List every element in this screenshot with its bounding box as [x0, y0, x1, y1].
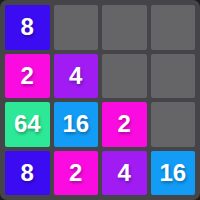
- tile-64-r3c1: 64: [5, 102, 50, 147]
- tile-2-r4c2: 2: [54, 151, 99, 196]
- tile-8-r1c1: 8: [5, 5, 50, 50]
- tile-2-r3c3: 2: [102, 102, 147, 147]
- empty-cell-r3c4: [151, 102, 196, 147]
- empty-cell-r1c4: [151, 5, 196, 50]
- empty-cell-r1c2: [54, 5, 99, 50]
- tile-4-r4c3: 4: [102, 151, 147, 196]
- empty-cell-r1c3: [102, 5, 147, 50]
- tile-2-r2c1: 2: [5, 54, 50, 99]
- tile-4-r2c2: 4: [54, 54, 99, 99]
- tile-8-r4c1: 8: [5, 151, 50, 196]
- tile-16-r4c4: 16: [151, 151, 196, 196]
- tile-16-r3c2: 16: [54, 102, 99, 147]
- empty-cell-r2c4: [151, 54, 196, 99]
- 2048-board[interactable]: 8246416282416: [0, 0, 200, 200]
- empty-cell-r2c3: [102, 54, 147, 99]
